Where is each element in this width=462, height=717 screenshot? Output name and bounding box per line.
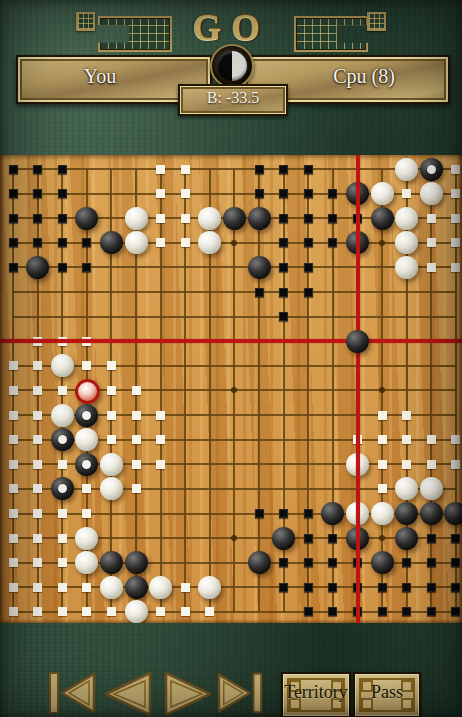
territory-marker-black	[82, 263, 91, 272]
territory-marker-black	[378, 583, 387, 592]
pass-button[interactable]: Pass	[353, 672, 421, 717]
star-point	[379, 535, 385, 541]
territory-marker-white	[378, 484, 387, 493]
territory-marker-white	[427, 263, 436, 272]
star-point	[379, 387, 385, 393]
territory-marker-white	[9, 558, 18, 567]
territory-marker-black	[279, 509, 288, 518]
territory-marker-black	[402, 583, 411, 592]
territory-marker-white	[451, 435, 460, 444]
territory-marker-black	[304, 534, 313, 543]
territory-marker-black	[279, 165, 288, 174]
territory-marker-white	[82, 583, 91, 592]
territory-marker-white	[181, 214, 190, 223]
score-value: B: -33.5	[180, 89, 286, 107]
territory-marker-white	[156, 238, 165, 247]
territory-marker-white	[58, 460, 67, 469]
grid-line-vertical	[307, 169, 309, 612]
grid-line-vertical	[455, 169, 457, 612]
territory-marker-black	[279, 214, 288, 223]
territory-marker-white	[58, 386, 67, 395]
grid-line-vertical	[258, 169, 260, 612]
territory-marker-black	[279, 189, 288, 198]
player-right-label: Cpu (8)	[262, 65, 462, 88]
step-back-icon	[101, 672, 153, 716]
stone-black	[420, 502, 443, 525]
territory-marker-white	[107, 411, 116, 420]
territory-marker-white	[33, 361, 42, 370]
territory-marker-white	[156, 189, 165, 198]
stone-black-dead	[51, 428, 74, 451]
territory-marker-white	[181, 238, 190, 247]
territory-marker-white	[58, 607, 67, 616]
territory-marker-white	[402, 435, 411, 444]
territory-marker-black	[279, 583, 288, 592]
stone-white	[198, 576, 221, 599]
stone-black	[371, 551, 394, 574]
dead-stone-dot-icon	[58, 484, 67, 493]
territory-marker-white	[378, 435, 387, 444]
step-forward-icon	[161, 672, 213, 716]
territory-marker-black	[304, 558, 313, 567]
territory-marker-white	[9, 607, 18, 616]
stone-white	[125, 600, 148, 623]
territory-marker-white	[107, 386, 116, 395]
grid-square-ornament-right-icon	[367, 12, 386, 31]
territory-marker-white	[427, 214, 436, 223]
stone-marked-red	[75, 379, 100, 404]
territory-marker-black	[255, 509, 264, 518]
stone-black-dead	[420, 158, 443, 181]
stone-white	[395, 158, 418, 181]
stone-white	[395, 231, 418, 254]
stone-white	[100, 576, 123, 599]
stone-black	[248, 207, 271, 230]
territory-marker-white	[58, 583, 67, 592]
grid-line-horizontal	[13, 586, 456, 588]
territory-marker-black	[9, 165, 18, 174]
territory-marker-black	[427, 583, 436, 592]
territory-marker-black	[451, 583, 460, 592]
territory-marker-white	[9, 509, 18, 518]
territory-marker-white	[58, 509, 67, 518]
territory-marker-white	[132, 411, 141, 420]
stone-black	[26, 256, 49, 279]
stone-black	[100, 551, 123, 574]
territory-marker-black	[255, 165, 264, 174]
territory-marker-white	[9, 361, 18, 370]
territory-marker-black	[451, 534, 460, 543]
grid-line-vertical	[332, 169, 334, 612]
territory-marker-black	[33, 238, 42, 247]
territory-button-label: Territory	[283, 682, 349, 703]
stone-black	[75, 207, 98, 230]
territory-marker-black	[328, 534, 337, 543]
territory-marker-white	[33, 411, 42, 420]
star-point	[231, 240, 237, 246]
stone-black	[125, 576, 148, 599]
nav-back-button[interactable]	[101, 672, 153, 716]
territory-marker-white	[33, 607, 42, 616]
territory-marker-white	[82, 484, 91, 493]
score-badge: B: -33.5	[178, 84, 288, 116]
stone-black	[125, 551, 148, 574]
stone-white	[125, 207, 148, 230]
skip-to-start-icon	[48, 672, 98, 716]
territory-marker-white	[82, 607, 91, 616]
stone-white	[75, 527, 98, 550]
stone-white	[51, 354, 74, 377]
territory-marker-white	[132, 460, 141, 469]
territory-marker-black	[9, 189, 18, 198]
territory-marker-black	[328, 189, 337, 198]
territory-marker-white	[181, 583, 190, 592]
stone-white	[395, 256, 418, 279]
territory-marker-white	[427, 238, 436, 247]
territory-marker-white	[33, 558, 42, 567]
nav-last-button[interactable]	[217, 672, 265, 716]
stone-white	[149, 576, 172, 599]
territory-marker-black	[279, 238, 288, 247]
territory-marker-black	[58, 189, 67, 198]
territory-marker-white	[33, 484, 42, 493]
territory-marker-black	[451, 558, 460, 567]
territory-marker-white	[9, 583, 18, 592]
territory-marker-black	[328, 214, 337, 223]
stone-white	[395, 207, 418, 230]
territory-marker-black	[33, 165, 42, 174]
territory-marker-white	[33, 583, 42, 592]
territory-marker-white	[132, 435, 141, 444]
grid-line-horizontal	[13, 611, 456, 613]
territory-marker-black	[402, 558, 411, 567]
territory-marker-black	[33, 214, 42, 223]
territory-marker-black	[58, 165, 67, 174]
territory-marker-white	[9, 386, 18, 395]
territory-marker-white	[9, 460, 18, 469]
stone-white	[125, 231, 148, 254]
territory-marker-white	[156, 411, 165, 420]
stone-white	[198, 231, 221, 254]
stone-white	[75, 428, 98, 451]
territory-marker-black	[58, 263, 67, 272]
territory-marker-white	[427, 460, 436, 469]
stone-white	[395, 477, 418, 500]
territory-marker-white	[451, 263, 460, 272]
territory-marker-white	[451, 460, 460, 469]
go-board[interactable]	[0, 155, 462, 623]
territory-marker-white	[451, 165, 460, 174]
territory-marker-white	[156, 214, 165, 223]
territory-button[interactable]: Territory	[281, 672, 351, 717]
territory-marker-white	[156, 460, 165, 469]
territory-marker-black	[82, 238, 91, 247]
territory-marker-black	[279, 558, 288, 567]
last-move-line-horizontal	[0, 339, 462, 343]
stone-black	[248, 551, 271, 574]
grid-line-horizontal	[13, 488, 456, 490]
territory-marker-white	[451, 214, 460, 223]
territory-marker-white	[427, 435, 436, 444]
territory-marker-white	[33, 509, 42, 518]
player-left-label: You	[4, 65, 196, 88]
territory-marker-white	[9, 411, 18, 420]
territory-marker-white	[33, 435, 42, 444]
star-point	[379, 240, 385, 246]
territory-marker-black	[427, 534, 436, 543]
stone-black	[371, 207, 394, 230]
territory-marker-black	[304, 288, 313, 297]
territory-marker-white	[82, 361, 91, 370]
nav-forward-button[interactable]	[161, 672, 213, 716]
territory-marker-white	[181, 189, 190, 198]
territory-marker-white	[451, 189, 460, 198]
stone-white	[51, 404, 74, 427]
territory-marker-black	[328, 238, 337, 247]
territory-marker-black	[33, 189, 42, 198]
stone-white	[198, 207, 221, 230]
territory-marker-white	[132, 484, 141, 493]
stone-black	[395, 502, 418, 525]
stone-white	[100, 477, 123, 500]
star-point	[231, 387, 237, 393]
grid-line-vertical	[430, 169, 432, 612]
territory-marker-black	[304, 214, 313, 223]
skip-to-end-icon	[217, 672, 265, 716]
stone-black-dead	[75, 404, 98, 427]
territory-marker-white	[451, 238, 460, 247]
stone-black	[272, 527, 295, 550]
territory-marker-white	[107, 435, 116, 444]
territory-marker-white	[9, 435, 18, 444]
territory-marker-black	[279, 263, 288, 272]
territory-marker-white	[402, 411, 411, 420]
dead-stone-dot-icon	[427, 165, 436, 174]
territory-marker-white	[33, 386, 42, 395]
stone-white	[100, 453, 123, 476]
territory-marker-white	[9, 484, 18, 493]
territory-marker-white	[82, 509, 91, 518]
stone-black	[223, 207, 246, 230]
territory-marker-white	[156, 435, 165, 444]
stone-black	[444, 502, 462, 525]
territory-marker-black	[304, 263, 313, 272]
territory-marker-white	[107, 361, 116, 370]
stone-white	[371, 502, 394, 525]
territory-marker-black	[9, 214, 18, 223]
territory-marker-black	[255, 288, 264, 297]
territory-marker-black	[9, 238, 18, 247]
territory-marker-white	[378, 411, 387, 420]
territory-marker-black	[279, 312, 288, 321]
territory-marker-white	[132, 386, 141, 395]
stone-black	[321, 502, 344, 525]
dead-stone-dot-icon	[58, 435, 67, 444]
territory-marker-black	[304, 607, 313, 616]
territory-marker-white	[402, 460, 411, 469]
stone-white	[371, 182, 394, 205]
territory-marker-white	[181, 165, 190, 174]
territory-marker-white	[107, 607, 116, 616]
black-white-stone-toggle-icon	[210, 44, 254, 88]
territory-marker-black	[328, 607, 337, 616]
territory-marker-black	[58, 214, 67, 223]
territory-marker-black	[378, 607, 387, 616]
territory-marker-black	[9, 263, 18, 272]
stone-black	[100, 231, 123, 254]
territory-marker-black	[402, 607, 411, 616]
territory-marker-white	[156, 165, 165, 174]
nav-first-button[interactable]	[48, 672, 98, 716]
stone-white	[420, 182, 443, 205]
territory-marker-black	[255, 189, 264, 198]
stone-black-dead	[51, 477, 74, 500]
stone-black-dead	[75, 453, 98, 476]
territory-marker-white	[33, 534, 42, 543]
territory-marker-black	[304, 238, 313, 247]
territory-marker-black	[427, 607, 436, 616]
stone-black	[248, 256, 271, 279]
territory-marker-black	[328, 558, 337, 567]
territory-marker-white	[33, 460, 42, 469]
dead-stone-dot-icon	[82, 411, 91, 420]
territory-marker-white	[205, 607, 214, 616]
last-move-line-vertical	[356, 155, 360, 623]
dead-stone-dot-icon	[82, 460, 91, 469]
territory-marker-black	[427, 558, 436, 567]
territory-marker-white	[58, 534, 67, 543]
territory-marker-black	[328, 583, 337, 592]
territory-marker-white	[9, 534, 18, 543]
territory-marker-black	[279, 288, 288, 297]
territory-marker-white	[402, 189, 411, 198]
stone-white	[75, 551, 98, 574]
territory-marker-white	[378, 460, 387, 469]
territory-marker-white	[181, 607, 190, 616]
page-title: GO	[0, 6, 462, 49]
territory-marker-black	[304, 189, 313, 198]
territory-marker-black	[304, 509, 313, 518]
territory-marker-white	[58, 558, 67, 567]
territory-marker-black	[451, 607, 460, 616]
territory-marker-white	[156, 607, 165, 616]
stone-black	[395, 527, 418, 550]
territory-marker-black	[58, 238, 67, 247]
stone-black-last-move	[346, 330, 369, 353]
territory-marker-black	[304, 165, 313, 174]
star-point	[231, 535, 237, 541]
territory-marker-black	[304, 583, 313, 592]
pass-button-label: Pass	[355, 682, 419, 703]
stone-white	[420, 477, 443, 500]
